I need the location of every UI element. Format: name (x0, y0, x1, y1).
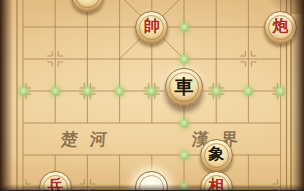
piece-character: 帥 (144, 18, 160, 34)
move-hint-dot[interactable] (83, 87, 92, 96)
move-hint-dot[interactable] (212, 87, 221, 96)
move-hint-dot[interactable] (180, 183, 189, 191)
piece-炮[interactable]: 炮 (264, 11, 297, 44)
move-hint-dot[interactable] (180, 23, 189, 32)
piece-character: 車 (175, 77, 194, 96)
move-hint-dot[interactable] (276, 87, 285, 96)
piece-blank[interactable] (135, 171, 168, 191)
piece-character: 象 (208, 146, 224, 162)
move-hint-dot[interactable] (147, 87, 156, 96)
move-hint-dot[interactable] (19, 87, 28, 96)
piece-character: 相 (208, 178, 224, 190)
piece-blank[interactable] (71, 0, 104, 12)
move-hint-dot[interactable] (51, 87, 60, 96)
piece-兵[interactable]: 兵 (39, 171, 72, 191)
move-hint-dot[interactable] (115, 87, 124, 96)
piece-帥[interactable]: 帥 (135, 11, 168, 44)
piece-車[interactable]: 車 (165, 68, 203, 106)
piece-相[interactable]: 相 (200, 171, 233, 191)
move-hint-dot[interactable] (180, 119, 189, 128)
move-hint-dot[interactable] (180, 55, 189, 64)
xiangqi-board: 楚河 漢界 帥炮車象兵相 (0, 0, 304, 190)
piece-character: 兵 (47, 178, 63, 190)
piece-character: 炮 (273, 18, 289, 34)
move-hint-dot[interactable] (180, 151, 189, 160)
piece-grid: 帥炮車象兵相 (7, 0, 297, 190)
piece-象[interactable]: 象 (200, 139, 233, 172)
move-hint-dot[interactable] (244, 87, 253, 96)
